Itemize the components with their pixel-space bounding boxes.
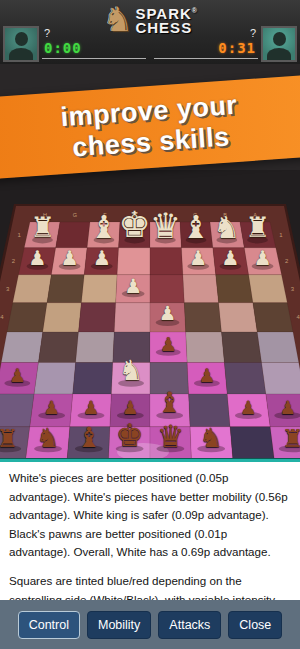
player-left-clock: 0:00 [44, 40, 82, 56]
piece-white-P-g2[interactable]: ♟ [60, 249, 78, 268]
player-left-avatar[interactable] [3, 26, 39, 62]
piece-white-P-e3[interactable]: ♟ [124, 277, 142, 296]
piece-black-B-d7[interactable]: ♝ [157, 391, 182, 418]
piece-black-P-a7[interactable]: ♟ [279, 400, 296, 418]
analysis-panel: White's pieces are better positioned (0.… [0, 462, 300, 600]
attacks-button[interactable]: Attacks [158, 611, 221, 639]
piece-white-Q-d1[interactable]: ♛ [150, 209, 181, 242]
player-left: ? 0:00 [3, 26, 82, 62]
chess-board: HGFEDCBA1122334455667788 ♜♞♝♛♚♝♜♟♟♟♟♟♟♟♟… [0, 150, 300, 458]
avatar-silhouette-head [273, 32, 286, 46]
piece-white-B-c1[interactable]: ♝ [182, 212, 210, 242]
player-right: ? 0:31 [218, 26, 297, 62]
piece-white-B-f1[interactable]: ♝ [90, 212, 118, 242]
piece-white-P-b2[interactable]: ♟ [221, 249, 239, 268]
piece-black-P-e7[interactable]: ♟ [122, 400, 139, 418]
piece-black-P-f7[interactable]: ♟ [83, 400, 100, 418]
avatar-silhouette-body [9, 48, 33, 62]
piece-white-N-e6[interactable]: ♞ [119, 359, 144, 386]
piece-black-N-g8[interactable]: ♞ [36, 425, 60, 451]
app-logo-text: SPARK® CHESS [135, 4, 197, 35]
piece-white-P-h2[interactable]: ♟ [28, 249, 46, 268]
piece-black-P-d5[interactable]: ♟ [160, 336, 177, 354]
mobility-button[interactable]: Mobility [87, 611, 151, 639]
registered-mark: ® [192, 7, 197, 14]
analysis-text: White's pieces are better positioned (0.… [9, 469, 291, 562]
avatar-silhouette-body [267, 48, 291, 62]
pieces-layer: ♜♞♝♛♚♝♜♟♟♟♟♟♟♟♟♟♞♟♟♝♟♟♟♟♟♜♞♛♚♝♞♜ [0, 150, 300, 458]
piece-black-P-h6[interactable]: ♟ [9, 367, 26, 385]
piece-black-N-c8[interactable]: ♞ [199, 425, 223, 451]
piece-black-P-g7[interactable]: ♟ [43, 400, 60, 418]
piece-white-R-h1[interactable]: ♜ [30, 215, 55, 242]
piece-white-P-a2[interactable]: ♟ [253, 249, 271, 268]
piece-black-B-f8[interactable]: ♝ [76, 424, 101, 450]
player-left-name: ? [44, 27, 82, 40]
piece-white-P-f2[interactable]: ♟ [93, 249, 111, 268]
piece-black-K-e8[interactable]: ♚ [115, 421, 143, 451]
piece-black-Q-d8[interactable]: ♛ [157, 422, 184, 451]
piece-white-P-d4[interactable]: ♟ [159, 306, 177, 325]
player-right-avatar[interactable] [261, 26, 297, 62]
player-left-underline [42, 58, 146, 59]
header-bar: ♞ SPARK® CHESS ? 0:00 ? 0:31 [0, 0, 300, 64]
player-right-name: ? [250, 27, 256, 40]
logo-word-chess: CHESS [135, 19, 192, 36]
knight-logo-icon: ♞ [103, 2, 133, 36]
analysis-toolbar: Control Mobility Attacks Close [0, 600, 300, 649]
player-right-clock: 0:31 [218, 40, 256, 56]
close-button[interactable]: Close [228, 611, 282, 639]
avatar-silhouette-head [15, 32, 28, 46]
player-right-underline [154, 58, 258, 59]
piece-white-R-a1[interactable]: ♜ [245, 215, 270, 242]
piece-white-P-c2[interactable]: ♟ [189, 249, 207, 268]
piece-black-P-b7[interactable]: ♟ [240, 400, 257, 418]
control-button[interactable]: Control [18, 611, 80, 639]
piece-black-P-c6[interactable]: ♟ [198, 367, 215, 385]
piece-white-K-e1[interactable]: ♚ [118, 208, 150, 242]
piece-black-R-a8[interactable]: ♜ [282, 427, 300, 451]
piece-white-N-b1[interactable]: ♞ [213, 213, 241, 242]
piece-black-R-h8[interactable]: ♜ [0, 427, 18, 451]
